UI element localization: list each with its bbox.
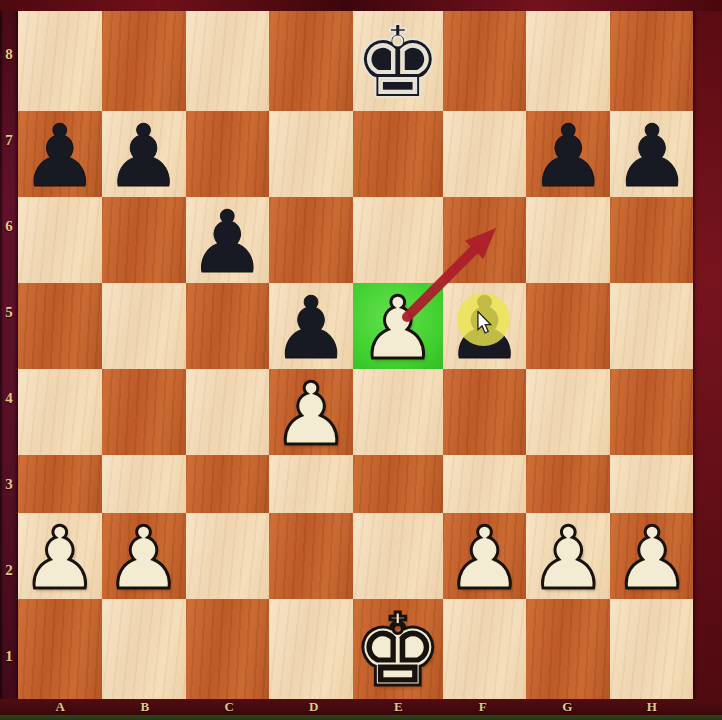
black-pawn-d5[interactable]: ♟ — [269, 285, 353, 371]
white-pawn-e5[interactable]: ♟ — [353, 285, 443, 371]
square-h5[interactable] — [610, 283, 694, 369]
square-e5[interactable]: ♟ — [353, 283, 443, 369]
square-d5[interactable]: ♟ — [269, 283, 353, 369]
file-label-e: E — [356, 699, 441, 715]
square-c8[interactable] — [186, 11, 270, 111]
rank-label-2: 2 — [0, 527, 18, 613]
square-f4[interactable] — [443, 369, 527, 455]
square-a1[interactable] — [18, 599, 102, 699]
black-pawn-c6[interactable]: ♟ — [186, 199, 270, 285]
square-g1[interactable] — [526, 599, 610, 699]
square-c1[interactable] — [186, 599, 270, 699]
square-e1[interactable]: ♚ — [353, 599, 443, 699]
square-g6[interactable] — [526, 197, 610, 283]
square-h6[interactable] — [610, 197, 694, 283]
square-f2[interactable]: ♟ — [443, 513, 527, 599]
rank-label-1: 1 — [0, 613, 18, 699]
square-d7[interactable] — [269, 111, 353, 197]
square-h4[interactable] — [610, 369, 694, 455]
square-g8[interactable] — [526, 11, 610, 111]
square-a3[interactable] — [18, 455, 102, 513]
square-g3[interactable] — [526, 455, 610, 513]
square-h7[interactable]: ♟ — [610, 111, 694, 197]
square-c7[interactable] — [186, 111, 270, 197]
square-f5[interactable]: ♟ — [443, 283, 527, 369]
square-b3[interactable] — [102, 455, 186, 513]
file-label-b: B — [103, 699, 188, 715]
rank-labels: 87654321 — [0, 11, 18, 699]
square-a2[interactable]: ♟ — [18, 513, 102, 599]
square-h2[interactable]: ♟ — [610, 513, 694, 599]
square-e7[interactable] — [353, 111, 443, 197]
white-pawn-b2[interactable]: ♟ — [102, 515, 186, 601]
square-a7[interactable]: ♟ — [18, 111, 102, 197]
square-c3[interactable] — [186, 455, 270, 513]
square-b5[interactable] — [102, 283, 186, 369]
square-b8[interactable] — [102, 11, 186, 111]
board: ♚♟♟♟♟♟♟♟♟♟♟♟♟♟♟♚ — [18, 11, 694, 699]
square-a8[interactable] — [18, 11, 102, 111]
square-e2[interactable] — [353, 513, 443, 599]
black-pawn-f5[interactable]: ♟ — [443, 285, 527, 371]
rank-label-7: 7 — [0, 97, 18, 183]
square-c5[interactable] — [186, 283, 270, 369]
white-pawn-h2[interactable]: ♟ — [610, 515, 694, 601]
square-a4[interactable] — [18, 369, 102, 455]
square-f1[interactable] — [443, 599, 527, 699]
rank-label-4: 4 — [0, 355, 18, 441]
square-d8[interactable] — [269, 11, 353, 111]
square-b1[interactable] — [102, 599, 186, 699]
square-h3[interactable] — [610, 455, 694, 513]
square-a6[interactable] — [18, 197, 102, 283]
file-label-h: H — [610, 699, 695, 715]
white-pawn-g2[interactable]: ♟ — [526, 515, 610, 601]
square-d2[interactable] — [269, 513, 353, 599]
square-e3[interactable] — [353, 455, 443, 513]
square-b4[interactable] — [102, 369, 186, 455]
square-c6[interactable]: ♟ — [186, 197, 270, 283]
square-d4[interactable]: ♟ — [269, 369, 353, 455]
black-pawn-h7[interactable]: ♟ — [610, 113, 694, 199]
file-label-a: A — [18, 699, 103, 715]
rank-label-5: 5 — [0, 269, 18, 355]
square-f8[interactable] — [443, 11, 527, 111]
black-pawn-g7[interactable]: ♟ — [526, 113, 610, 199]
board-frame-right — [693, 0, 722, 720]
rank-label-8: 8 — [0, 11, 18, 97]
board-frame-top — [0, 0, 722, 11]
square-g5[interactable] — [526, 283, 610, 369]
square-b7[interactable]: ♟ — [102, 111, 186, 197]
square-b2[interactable]: ♟ — [102, 513, 186, 599]
black-king-e8[interactable]: ♚ — [353, 13, 443, 113]
square-e8[interactable]: ♚ — [353, 11, 443, 111]
square-b6[interactable] — [102, 197, 186, 283]
board-frame-bottom-edge — [0, 715, 722, 720]
square-g4[interactable] — [526, 369, 610, 455]
square-g7[interactable]: ♟ — [526, 111, 610, 197]
square-f6[interactable] — [443, 197, 527, 283]
rank-label-3: 3 — [0, 441, 18, 527]
file-label-g: G — [525, 699, 610, 715]
chess-board-screen: 87654321 ABCDEFGH ♚♟♟♟♟♟♟♟♟♟♟♟♟♟♟♚ — [0, 0, 722, 720]
square-c2[interactable] — [186, 513, 270, 599]
rank-label-6: 6 — [0, 183, 18, 269]
white-pawn-f2[interactable]: ♟ — [443, 515, 527, 601]
file-label-d: D — [272, 699, 357, 715]
file-label-c: C — [187, 699, 272, 715]
square-h1[interactable] — [610, 599, 694, 699]
square-c4[interactable] — [186, 369, 270, 455]
file-labels: ABCDEFGH — [18, 699, 694, 715]
square-f7[interactable] — [443, 111, 527, 197]
square-e4[interactable] — [353, 369, 443, 455]
square-f3[interactable] — [443, 455, 527, 513]
black-pawn-a7[interactable]: ♟ — [18, 113, 102, 199]
square-g2[interactable]: ♟ — [526, 513, 610, 599]
square-d3[interactable] — [269, 455, 353, 513]
square-h8[interactable] — [610, 11, 694, 111]
square-a5[interactable] — [18, 283, 102, 369]
square-d6[interactable] — [269, 197, 353, 283]
white-pawn-d4[interactable]: ♟ — [269, 371, 353, 457]
black-pawn-b7[interactable]: ♟ — [102, 113, 186, 199]
file-label-f: F — [441, 699, 526, 715]
square-d1[interactable] — [269, 599, 353, 699]
white-pawn-a2[interactable]: ♟ — [18, 515, 102, 601]
white-king-e1[interactable]: ♚ — [353, 601, 443, 701]
square-e6[interactable] — [353, 197, 443, 283]
